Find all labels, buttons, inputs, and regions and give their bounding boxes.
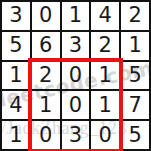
grid-cell-r1c3: 2 xyxy=(90,31,120,61)
grid-cell-r2c3: 1 xyxy=(90,61,120,91)
grid-cell-r3c0: 4 xyxy=(1,90,31,120)
grid-cell-r2c2: 0 xyxy=(61,61,91,91)
grid-cell-r4c3: 0 xyxy=(90,120,120,150)
puzzle-stage: leetcode.com /JackZhang_123 301425632112… xyxy=(0,0,151,151)
grid-cell-r0c2: 1 xyxy=(61,1,91,31)
grid-cell-r3c1: 1 xyxy=(31,90,61,120)
grid-cell-r4c0: 1 xyxy=(1,120,31,150)
grid-cell-r1c0: 5 xyxy=(1,31,31,61)
number-grid: 3014256321120154101710305 xyxy=(0,0,151,151)
grid-cell-r4c1: 0 xyxy=(31,120,61,150)
grid-cell-r0c3: 4 xyxy=(90,1,120,31)
grid-cell-r0c0: 3 xyxy=(1,1,31,31)
grid-cell-r3c4: 7 xyxy=(120,90,150,120)
grid-cell-r4c2: 3 xyxy=(61,120,91,150)
grid-cell-r3c2: 0 xyxy=(61,90,91,120)
grid-cell-r4c4: 5 xyxy=(120,120,150,150)
grid-cell-r0c4: 2 xyxy=(120,1,150,31)
grid-cell-r1c2: 3 xyxy=(61,31,91,61)
grid-cell-r3c3: 1 xyxy=(90,90,120,120)
grid-cell-r1c1: 6 xyxy=(31,31,61,61)
grid-cell-r2c0: 1 xyxy=(1,61,31,91)
grid-cell-r2c4: 5 xyxy=(120,61,150,91)
grid-cell-r0c1: 0 xyxy=(31,1,61,31)
grid-cell-r1c4: 1 xyxy=(120,31,150,61)
grid-cell-r2c1: 2 xyxy=(31,61,61,91)
